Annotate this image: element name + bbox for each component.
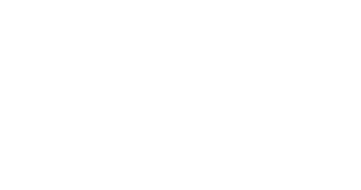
go-board[interactable] — [0, 0, 361, 190]
